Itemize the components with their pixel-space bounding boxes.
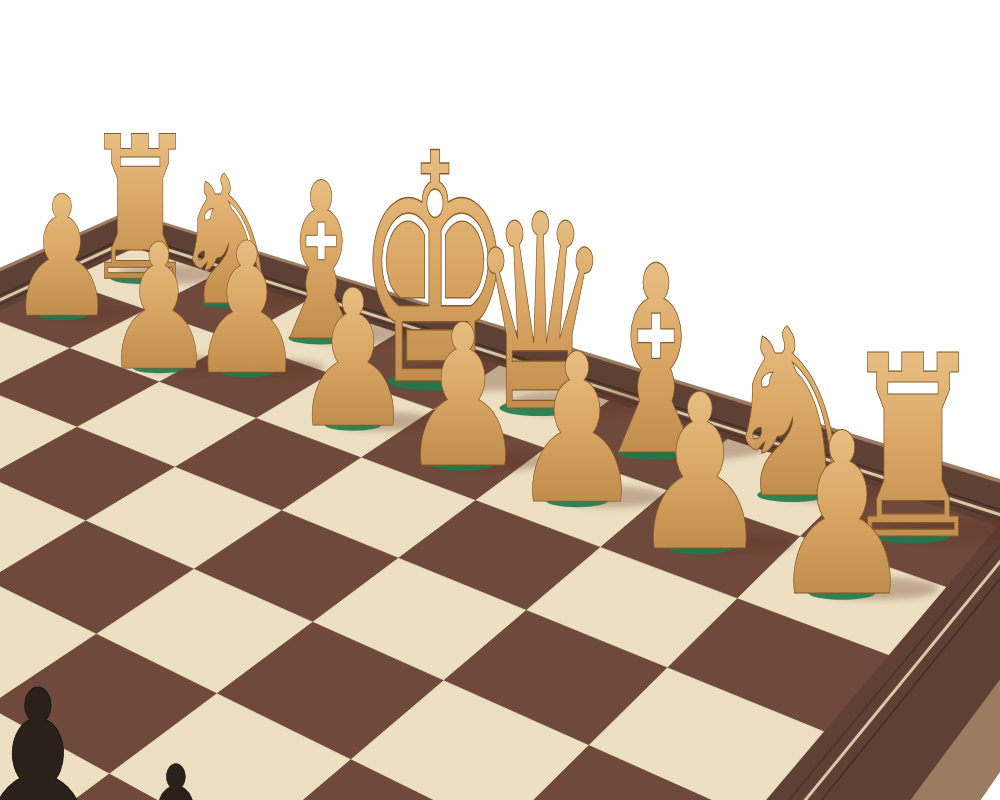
pawn-glyph: ♟ <box>8 160 116 354</box>
pawn-glyph: ♟ <box>399 283 526 511</box>
pawn-glyph: ♟ <box>511 309 644 549</box>
pawn-glyph: ♟ <box>631 348 770 598</box>
pawn-glyph: ♟ <box>189 204 306 414</box>
pawn-glyph: ♟ <box>770 385 915 646</box>
piece-white-pawn-b2: ♟ <box>631 348 793 598</box>
piece-black-pawn-c7: ♟ <box>123 731 247 800</box>
pawn-glyph: ♟ <box>123 731 229 800</box>
chessboard-photo: ♜♞♟♝♟♟♚♛♟♝♟♞♟♜♟♟♟♟ <box>0 0 1000 800</box>
piece-white-pawn-a2: ♟ <box>770 385 939 646</box>
product-photo-stage: ♜♞♟♝♟♟♚♛♟♝♟♞♟♜♟♟♟♟ <box>0 0 1000 800</box>
pawn-glyph: ♟ <box>292 249 414 469</box>
pawn-glyph: ♟ <box>0 642 112 800</box>
